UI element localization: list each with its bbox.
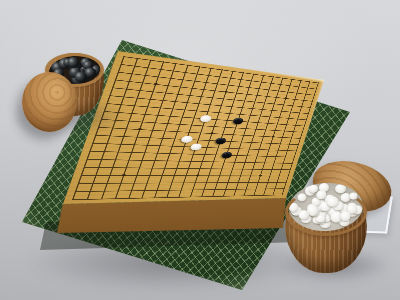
star-point: [122, 174, 126, 176]
star-point: [284, 97, 287, 99]
star-point: [196, 174, 200, 176]
white-stone: ○: [199, 115, 212, 123]
star-point: [138, 128, 142, 130]
black-stone: ●: [214, 137, 227, 144]
white-stone: ○: [180, 135, 194, 142]
star-point: [259, 175, 262, 177]
black-stone: ●: [232, 117, 244, 124]
star-point: [154, 83, 158, 85]
white-stone: ○: [189, 143, 202, 150]
star-point: [224, 91, 228, 93]
black-bowl-lid: [22, 72, 77, 132]
star-point: [272, 136, 275, 138]
black-stone: ●: [220, 151, 232, 158]
go-scene-photo: ○●○●○●: [0, 0, 400, 300]
star-point: [210, 132, 214, 134]
white-bowl-rim: [285, 189, 367, 236]
